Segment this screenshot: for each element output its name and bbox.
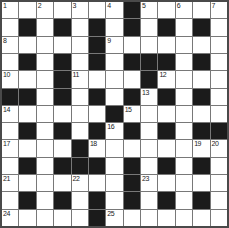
crossword-cell[interactable] <box>37 123 53 139</box>
crossword-cell[interactable] <box>89 71 105 87</box>
crossword-cell[interactable] <box>211 175 227 191</box>
crossword-cell[interactable] <box>37 54 53 70</box>
crossword-cell[interactable]: 8 <box>2 37 18 53</box>
crossword-cell[interactable] <box>37 140 53 156</box>
crossword-cell[interactable] <box>193 37 209 53</box>
crossword-cell[interactable] <box>72 19 88 35</box>
crossword-black-cell <box>72 158 88 174</box>
crossword-cell[interactable] <box>158 106 174 122</box>
crossword-cell[interactable] <box>72 37 88 53</box>
crossword-cell[interactable] <box>106 89 122 105</box>
crossword-cell[interactable] <box>54 140 70 156</box>
crossword-black-cell <box>141 71 157 87</box>
crossword-cell[interactable] <box>19 210 35 226</box>
crossword-black-cell <box>193 89 209 105</box>
crossword-cell[interactable] <box>37 37 53 53</box>
crossword-cell[interactable]: 7 <box>211 2 227 18</box>
crossword-grid: 1234567891011121314151617181920212223242… <box>0 0 229 228</box>
crossword-cell[interactable] <box>37 210 53 226</box>
crossword-cell[interactable] <box>2 54 18 70</box>
clue-number: 5 <box>142 2 145 10</box>
crossword-cell[interactable] <box>211 158 227 174</box>
crossword-cell[interactable] <box>193 210 209 226</box>
crossword-cell[interactable]: 1 <box>2 2 18 18</box>
clue-number: 12 <box>159 71 166 79</box>
crossword-black-cell <box>54 54 70 70</box>
crossword-cell[interactable]: 20 <box>211 140 227 156</box>
crossword-black-cell <box>158 54 174 70</box>
clue-number: 3 <box>73 2 76 10</box>
crossword-cell[interactable] <box>72 123 88 139</box>
crossword-cell[interactable] <box>158 210 174 226</box>
crossword-black-cell <box>89 54 105 70</box>
crossword-cell[interactable] <box>54 37 70 53</box>
crossword-cell[interactable]: 17 <box>2 140 18 156</box>
crossword-cell[interactable] <box>54 210 70 226</box>
crossword-cell[interactable] <box>37 71 53 87</box>
crossword-cell[interactable] <box>2 192 18 208</box>
crossword-cell[interactable] <box>176 123 192 139</box>
crossword-cell[interactable] <box>141 37 157 53</box>
crossword-cell[interactable] <box>193 175 209 191</box>
crossword-cell[interactable] <box>124 210 140 226</box>
crossword-black-cell <box>19 158 35 174</box>
crossword-cell[interactable]: 9 <box>106 37 122 53</box>
page: 1234567891011121314151617181920212223242… <box>0 0 229 228</box>
crossword-cell[interactable] <box>72 89 88 105</box>
crossword-black-cell <box>89 37 105 53</box>
crossword-cell[interactable] <box>54 106 70 122</box>
crossword-black-cell <box>158 89 174 105</box>
crossword-cell[interactable] <box>141 106 157 122</box>
crossword-black-cell <box>2 89 18 105</box>
crossword-cell[interactable] <box>176 192 192 208</box>
crossword-black-cell <box>124 2 140 18</box>
crossword-cell[interactable] <box>19 175 35 191</box>
clue-number: 13 <box>142 89 149 97</box>
crossword-black-cell <box>124 123 140 139</box>
crossword-black-cell <box>124 158 140 174</box>
crossword-black-cell <box>54 192 70 208</box>
crossword-cell[interactable] <box>72 106 88 122</box>
crossword-black-cell <box>158 123 174 139</box>
crossword-black-cell <box>19 123 35 139</box>
crossword-cell[interactable]: 22 <box>72 175 88 191</box>
crossword-cell[interactable] <box>176 106 192 122</box>
crossword-cell[interactable]: 11 <box>72 71 88 87</box>
crossword-cell[interactable] <box>158 2 174 18</box>
crossword-cell[interactable] <box>2 158 18 174</box>
crossword-black-cell <box>124 54 140 70</box>
crossword-cell[interactable] <box>176 19 192 35</box>
clue-number: 6 <box>177 2 180 10</box>
crossword-cell[interactable] <box>89 106 105 122</box>
crossword-cell[interactable] <box>19 2 35 18</box>
crossword-cell[interactable] <box>211 106 227 122</box>
clue-number: 18 <box>90 140 97 148</box>
crossword-black-cell <box>19 192 35 208</box>
crossword-cell[interactable] <box>176 89 192 105</box>
crossword-cell[interactable] <box>211 37 227 53</box>
clue-number: 8 <box>3 37 6 45</box>
crossword-cell[interactable]: 12 <box>158 71 174 87</box>
crossword-cell[interactable] <box>89 2 105 18</box>
clue-number: 10 <box>3 71 10 79</box>
crossword-cell[interactable] <box>211 71 227 87</box>
crossword-black-cell <box>124 89 140 105</box>
clue-number: 23 <box>142 175 149 183</box>
crossword-cell[interactable] <box>176 71 192 87</box>
clue-number: 16 <box>107 123 114 131</box>
crossword-black-cell <box>54 123 70 139</box>
crossword-cell[interactable] <box>37 106 53 122</box>
clue-number: 9 <box>107 37 110 45</box>
crossword-cell[interactable] <box>19 71 35 87</box>
clue-number: 2 <box>38 2 41 10</box>
crossword-cell[interactable] <box>141 123 157 139</box>
crossword-cell[interactable] <box>158 37 174 53</box>
crossword-black-cell <box>193 192 209 208</box>
crossword-cell[interactable]: 5 <box>141 2 157 18</box>
crossword-cell[interactable] <box>106 54 122 70</box>
crossword-black-cell <box>158 192 174 208</box>
crossword-cell[interactable] <box>141 210 157 226</box>
crossword-black-cell <box>19 54 35 70</box>
crossword-black-cell <box>54 158 70 174</box>
clue-number: 20 <box>212 140 219 148</box>
crossword-cell[interactable] <box>141 140 157 156</box>
crossword-cell[interactable] <box>158 175 174 191</box>
clue-number: 25 <box>107 210 114 218</box>
crossword-cell[interactable] <box>37 192 53 208</box>
crossword-cell[interactable]: 23 <box>141 175 157 191</box>
clue-number: 17 <box>3 140 10 148</box>
crossword-black-cell <box>89 89 105 105</box>
crossword-cell[interactable] <box>176 158 192 174</box>
crossword-cell[interactable]: 19 <box>193 140 209 156</box>
crossword-black-cell <box>193 19 209 35</box>
crossword-cell[interactable] <box>176 140 192 156</box>
crossword-cell[interactable]: 14 <box>2 106 18 122</box>
crossword-cell[interactable] <box>2 19 18 35</box>
crossword-cell[interactable] <box>19 106 35 122</box>
crossword-cell[interactable] <box>211 89 227 105</box>
crossword-cell[interactable] <box>19 37 35 53</box>
crossword-cell[interactable]: 18 <box>89 140 105 156</box>
crossword-cell[interactable] <box>89 175 105 191</box>
crossword-cell[interactable] <box>106 192 122 208</box>
clue-number: 4 <box>107 2 110 10</box>
crossword-cell[interactable] <box>141 158 157 174</box>
crossword-black-cell <box>72 140 88 156</box>
crossword-cell[interactable]: 24 <box>2 210 18 226</box>
crossword-cell[interactable] <box>193 2 209 18</box>
crossword-cell[interactable]: 6 <box>176 2 192 18</box>
crossword-cell[interactable]: 21 <box>2 175 18 191</box>
crossword-black-cell <box>124 175 140 191</box>
crossword-cell[interactable]: 3 <box>72 2 88 18</box>
crossword-cell[interactable] <box>124 71 140 87</box>
crossword-cell[interactable] <box>37 158 53 174</box>
crossword-black-cell <box>54 89 70 105</box>
crossword-cell[interactable] <box>2 123 18 139</box>
crossword-cell[interactable] <box>106 175 122 191</box>
crossword-cell[interactable] <box>211 192 227 208</box>
crossword-cell[interactable] <box>72 54 88 70</box>
crossword-black-cell <box>19 19 35 35</box>
crossword-black-cell <box>124 192 140 208</box>
crossword-black-cell <box>124 19 140 35</box>
crossword-cell[interactable] <box>72 192 88 208</box>
crossword-black-cell <box>89 123 105 139</box>
crossword-cell[interactable]: 25 <box>106 210 122 226</box>
crossword-cell[interactable]: 15 <box>124 106 140 122</box>
clue-number: 14 <box>3 106 10 114</box>
crossword-black-cell <box>106 106 122 122</box>
crossword-cell[interactable] <box>211 210 227 226</box>
crossword-cell[interactable] <box>72 210 88 226</box>
clue-number: 7 <box>212 2 215 10</box>
crossword-cell[interactable] <box>37 19 53 35</box>
crossword-cell[interactable] <box>176 210 192 226</box>
crossword-cell[interactable]: 4 <box>106 2 122 18</box>
crossword-cell[interactable] <box>176 37 192 53</box>
crossword-black-cell <box>193 123 209 139</box>
crossword-cell[interactable] <box>54 175 70 191</box>
crossword-cell[interactable] <box>193 106 209 122</box>
clue-number: 21 <box>3 175 10 183</box>
crossword-cell[interactable] <box>141 19 157 35</box>
crossword-cell[interactable] <box>19 140 35 156</box>
crossword-cell[interactable] <box>106 140 122 156</box>
crossword-cell[interactable] <box>141 192 157 208</box>
crossword-cell[interactable]: 16 <box>106 123 122 139</box>
crossword-black-cell <box>89 158 105 174</box>
crossword-cell[interactable] <box>211 54 227 70</box>
crossword-black-cell <box>141 54 157 70</box>
crossword-cell[interactable] <box>124 140 140 156</box>
crossword-cell[interactable] <box>106 158 122 174</box>
crossword-black-cell <box>89 210 105 226</box>
crossword-black-cell <box>19 89 35 105</box>
clue-number: 22 <box>73 175 80 183</box>
clue-number: 24 <box>3 210 10 218</box>
crossword-cell[interactable]: 2 <box>37 2 53 18</box>
crossword-cell[interactable]: 13 <box>141 89 157 105</box>
crossword-cell[interactable] <box>106 19 122 35</box>
crossword-black-cell <box>211 123 227 139</box>
clue-number: 11 <box>73 71 79 79</box>
crossword-cell[interactable] <box>158 140 174 156</box>
crossword-black-cell <box>89 192 105 208</box>
crossword-black-cell <box>158 158 174 174</box>
crossword-cell[interactable] <box>106 71 122 87</box>
crossword-black-cell <box>54 19 70 35</box>
crossword-black-cell <box>193 158 209 174</box>
clue-number: 1 <box>3 2 6 10</box>
crossword-cell[interactable] <box>211 19 227 35</box>
crossword-black-cell <box>158 19 174 35</box>
crossword-cell[interactable] <box>176 175 192 191</box>
clue-number: 19 <box>194 140 201 148</box>
crossword-cell[interactable] <box>37 175 53 191</box>
crossword-black-cell <box>54 71 70 87</box>
crossword-cell[interactable]: 10 <box>2 71 18 87</box>
crossword-cell[interactable] <box>124 37 140 53</box>
crossword-black-cell <box>89 19 105 35</box>
crossword-cell[interactable] <box>193 71 209 87</box>
crossword-cell[interactable] <box>54 2 70 18</box>
clue-number: 15 <box>125 106 132 114</box>
crossword-black-cell <box>193 54 209 70</box>
crossword-cell[interactable] <box>176 54 192 70</box>
crossword-cell[interactable] <box>37 89 53 105</box>
